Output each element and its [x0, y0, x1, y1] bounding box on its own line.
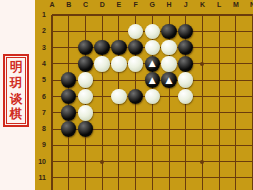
black-stone-G5[interactable]: ▲	[145, 72, 161, 88]
intersection-E4[interactable]	[111, 56, 128, 72]
black-stone-J4[interactable]	[178, 56, 194, 72]
intersection-A5[interactable]	[44, 72, 61, 88]
intersection-K3[interactable]	[194, 39, 211, 55]
intersection-G5[interactable]: ▲	[144, 72, 161, 88]
intersection-N10[interactable]	[244, 154, 253, 170]
intersection-A7[interactable]	[44, 105, 61, 121]
intersection-N1[interactable]	[244, 7, 253, 23]
black-stone-F3[interactable]	[128, 40, 144, 56]
intersection-J5[interactable]	[177, 72, 194, 88]
intersection-M5[interactable]	[228, 72, 245, 88]
intersection-G8[interactable]	[144, 121, 161, 137]
intersection-J11[interactable]	[177, 170, 194, 186]
intersection-N3[interactable]	[244, 39, 253, 55]
intersection-C5[interactable]	[77, 72, 94, 88]
intersection-M2[interactable]	[228, 23, 245, 39]
white-stone-D4[interactable]	[94, 56, 110, 72]
intersection-offboard	[228, 186, 245, 190]
white-stone-G3[interactable]	[145, 40, 161, 56]
intersection-J2[interactable]	[177, 23, 194, 39]
intersection-J6[interactable]	[177, 88, 194, 104]
intersection-D10[interactable]	[94, 154, 111, 170]
black-stone-B7[interactable]	[61, 105, 77, 121]
black-stone-J2[interactable]	[178, 24, 194, 40]
intersection-D7[interactable]	[94, 105, 111, 121]
intersection-F8[interactable]	[127, 121, 144, 137]
intersection-G9[interactable]	[144, 137, 161, 153]
intersection-B4[interactable]	[60, 56, 77, 72]
intersection-L3[interactable]	[211, 39, 228, 55]
intersection-H1[interactable]	[161, 7, 178, 23]
intersection-E6[interactable]	[111, 88, 128, 104]
intersection-J4[interactable]	[177, 56, 194, 72]
intersection-N2[interactable]	[244, 23, 253, 39]
intersection-D8[interactable]	[94, 121, 111, 137]
intersection-B2[interactable]	[60, 23, 77, 39]
intersection-K4[interactable]	[194, 56, 211, 72]
intersection-F9[interactable]	[127, 137, 144, 153]
intersection-F1[interactable]	[127, 7, 144, 23]
intersection-L4[interactable]	[211, 56, 228, 72]
channel-name: 明 玥 谈 棋	[10, 59, 23, 122]
intersection-A10[interactable]	[44, 154, 61, 170]
white-stone-C5[interactable]	[78, 72, 94, 88]
black-stone-B6[interactable]	[61, 89, 77, 105]
intersection-F6[interactable]	[127, 88, 144, 104]
intersection-G11[interactable]	[144, 170, 161, 186]
intersection-offboard	[211, 186, 228, 190]
intersection-N7[interactable]	[244, 105, 253, 121]
intersection-F10[interactable]	[127, 154, 144, 170]
intersection-M4[interactable]	[228, 56, 245, 72]
intersection-D5[interactable]	[94, 72, 111, 88]
black-stone-C3[interactable]	[78, 40, 94, 56]
intersection-C4[interactable]	[77, 56, 94, 72]
intersection-L2[interactable]	[211, 23, 228, 39]
intersection-B11[interactable]	[60, 170, 77, 186]
intersection-offboard	[77, 186, 94, 190]
intersection-K8[interactable]	[194, 121, 211, 137]
intersection-H7[interactable]	[161, 105, 178, 121]
intersection-D1[interactable]	[94, 7, 111, 23]
white-stone-C7[interactable]	[78, 105, 94, 121]
intersection-K5[interactable]	[194, 72, 211, 88]
intersection-offboard	[161, 186, 178, 190]
intersection-F7[interactable]	[127, 105, 144, 121]
intersection-H3[interactable]	[161, 39, 178, 55]
intersection-E8[interactable]	[111, 121, 128, 137]
intersection-M1[interactable]	[228, 7, 245, 23]
intersection-C10[interactable]	[77, 154, 94, 170]
intersection-H11[interactable]	[161, 170, 178, 186]
intersection-H9[interactable]	[161, 137, 178, 153]
black-stone-F6[interactable]	[128, 89, 144, 105]
intersection-offboard	[94, 186, 111, 190]
intersection-A4[interactable]	[44, 56, 61, 72]
intersection-F5[interactable]	[127, 72, 144, 88]
intersection-H6[interactable]	[161, 88, 178, 104]
intersection-E10[interactable]	[111, 154, 128, 170]
intersection-K11[interactable]	[194, 170, 211, 186]
intersection-C3[interactable]	[77, 39, 94, 55]
intersection-F2[interactable]	[127, 23, 144, 39]
intersection-J8[interactable]	[177, 121, 194, 137]
intersection-D11[interactable]	[94, 170, 111, 186]
intersection-B5[interactable]	[60, 72, 77, 88]
intersection-G6[interactable]	[144, 88, 161, 104]
intersection-G2[interactable]	[144, 23, 161, 39]
intersection-E5[interactable]	[111, 72, 128, 88]
triangle-mark: ▲	[166, 76, 173, 85]
intersection-K1[interactable]	[194, 7, 211, 23]
intersection-offboard	[60, 186, 77, 190]
intersection-C2[interactable]	[77, 23, 94, 39]
intersection-L7[interactable]	[211, 105, 228, 121]
go-diagram-screenshot: ABCDEFGHJKLMN1234567891011 ▲▲▲ 明 玥 谈 棋	[0, 0, 253, 190]
intersection-B3[interactable]	[60, 39, 77, 55]
intersection-N11[interactable]	[244, 170, 253, 186]
intersection-M3[interactable]	[228, 39, 245, 55]
white-stone-E6[interactable]	[111, 89, 127, 105]
intersection-H8[interactable]	[161, 121, 178, 137]
intersection-L10[interactable]	[211, 154, 228, 170]
channel-seal-inner-border: 明 玥 谈 棋	[6, 57, 26, 124]
intersection-J1[interactable]	[177, 7, 194, 23]
intersection-J10[interactable]	[177, 154, 194, 170]
go-board[interactable]: ▲▲▲	[44, 7, 253, 190]
intersection-H10[interactable]	[161, 154, 178, 170]
white-stone-J5[interactable]	[178, 72, 194, 88]
white-stone-F2[interactable]	[128, 24, 144, 40]
intersection-C1[interactable]	[77, 7, 94, 23]
white-stone-C6[interactable]	[78, 89, 94, 105]
intersection-B6[interactable]	[60, 88, 77, 104]
intersection-offboard	[194, 186, 211, 190]
black-stone-E3[interactable]	[111, 40, 127, 56]
intersection-offboard	[111, 186, 128, 190]
intersection-L5[interactable]	[211, 72, 228, 88]
intersection-G10[interactable]	[144, 154, 161, 170]
intersection-E1[interactable]	[111, 7, 128, 23]
intersection-B10[interactable]	[60, 154, 77, 170]
white-stone-H4[interactable]	[161, 56, 177, 72]
black-stone-H5[interactable]: ▲	[161, 72, 177, 88]
intersection-A8[interactable]	[44, 121, 61, 137]
white-stone-G2[interactable]	[145, 24, 161, 40]
intersection-C9[interactable]	[77, 137, 94, 153]
intersection-K9[interactable]	[194, 137, 211, 153]
intersection-K2[interactable]	[194, 23, 211, 39]
intersection-offboard	[244, 186, 253, 190]
intersection-D9[interactable]	[94, 137, 111, 153]
intersection-K6[interactable]	[194, 88, 211, 104]
black-stone-B5[interactable]	[61, 72, 77, 88]
white-stone-G6[interactable]	[145, 89, 161, 105]
intersection-L6[interactable]	[211, 88, 228, 104]
black-stone-G4[interactable]: ▲	[145, 56, 161, 72]
intersection-C6[interactable]	[77, 88, 94, 104]
intersection-F11[interactable]	[127, 170, 144, 186]
intersection-M8[interactable]	[228, 121, 245, 137]
intersection-M10[interactable]	[228, 154, 245, 170]
intersection-M11[interactable]	[228, 170, 245, 186]
intersection-G3[interactable]	[144, 39, 161, 55]
intersection-C11[interactable]	[77, 170, 94, 186]
intersection-L8[interactable]	[211, 121, 228, 137]
white-stone-J6[interactable]	[178, 89, 194, 105]
intersection-K10[interactable]	[194, 154, 211, 170]
intersection-offboard	[144, 186, 161, 190]
intersection-N5[interactable]	[244, 72, 253, 88]
intersection-C7[interactable]	[77, 105, 94, 121]
intersection-M7[interactable]	[228, 105, 245, 121]
intersection-F4[interactable]	[127, 56, 144, 72]
intersection-G1[interactable]	[144, 7, 161, 23]
intersection-F3[interactable]	[127, 39, 144, 55]
black-stone-J3[interactable]	[178, 40, 194, 56]
intersection-A9[interactable]	[44, 137, 61, 153]
intersection-D4[interactable]	[94, 56, 111, 72]
intersection-M6[interactable]	[228, 88, 245, 104]
black-stone-C8[interactable]	[78, 121, 94, 137]
intersection-E11[interactable]	[111, 170, 128, 186]
intersection-D3[interactable]	[94, 39, 111, 55]
intersection-N9[interactable]	[244, 137, 253, 153]
intersection-offboard	[44, 186, 61, 190]
intersection-N4[interactable]	[244, 56, 253, 72]
intersection-B7[interactable]	[60, 105, 77, 121]
intersection-A2[interactable]	[44, 23, 61, 39]
intersection-offboard	[127, 186, 144, 190]
intersection-N6[interactable]	[244, 88, 253, 104]
intersection-J3[interactable]	[177, 39, 194, 55]
white-stone-H3[interactable]	[161, 40, 177, 56]
intersection-A6[interactable]	[44, 88, 61, 104]
triangle-mark: ▲	[149, 76, 156, 85]
intersection-J7[interactable]	[177, 105, 194, 121]
intersection-A11[interactable]	[44, 170, 61, 186]
intersection-J9[interactable]	[177, 137, 194, 153]
intersection-H2[interactable]	[161, 23, 178, 39]
intersection-E2[interactable]	[111, 23, 128, 39]
intersection-N8[interactable]	[244, 121, 253, 137]
intersection-D2[interactable]	[94, 23, 111, 39]
white-stone-F4[interactable]	[128, 56, 144, 72]
black-stone-D3[interactable]	[94, 40, 110, 56]
intersection-G7[interactable]	[144, 105, 161, 121]
triangle-mark: ▲	[149, 59, 156, 68]
intersection-L11[interactable]	[211, 170, 228, 186]
black-stone-C4[interactable]	[78, 56, 94, 72]
intersection-K7[interactable]	[194, 105, 211, 121]
intersection-offboard	[177, 186, 194, 190]
white-stone-E4[interactable]	[111, 56, 127, 72]
sidebar: 明 玥 谈 棋	[0, 0, 35, 190]
intersection-B9[interactable]	[60, 137, 77, 153]
intersection-A1[interactable]	[44, 7, 61, 23]
intersection-H5[interactable]: ▲	[161, 72, 178, 88]
intersection-E7[interactable]	[111, 105, 128, 121]
intersection-B8[interactable]	[60, 121, 77, 137]
intersection-G4[interactable]: ▲	[144, 56, 161, 72]
intersection-H4[interactable]	[161, 56, 178, 72]
intersection-C8[interactable]	[77, 121, 94, 137]
intersection-A3[interactable]	[44, 39, 61, 55]
intersection-B1[interactable]	[60, 7, 77, 23]
intersection-L9[interactable]	[211, 137, 228, 153]
intersection-E9[interactable]	[111, 137, 128, 153]
black-stone-H2[interactable]	[161, 24, 177, 40]
intersection-E3[interactable]	[111, 39, 128, 55]
intersection-L1[interactable]	[211, 7, 228, 23]
black-stone-B8[interactable]	[61, 121, 77, 137]
intersection-D6[interactable]	[94, 88, 111, 104]
intersection-M9[interactable]	[228, 137, 245, 153]
channel-seal: 明 玥 谈 棋	[3, 54, 29, 127]
